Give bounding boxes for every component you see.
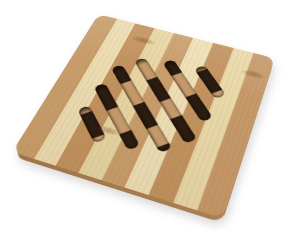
trivet-board	[12, 14, 275, 218]
trivet-stage	[50, 0, 254, 204]
scene-background	[0, 0, 300, 235]
trivet-photo	[0, 0, 300, 235]
